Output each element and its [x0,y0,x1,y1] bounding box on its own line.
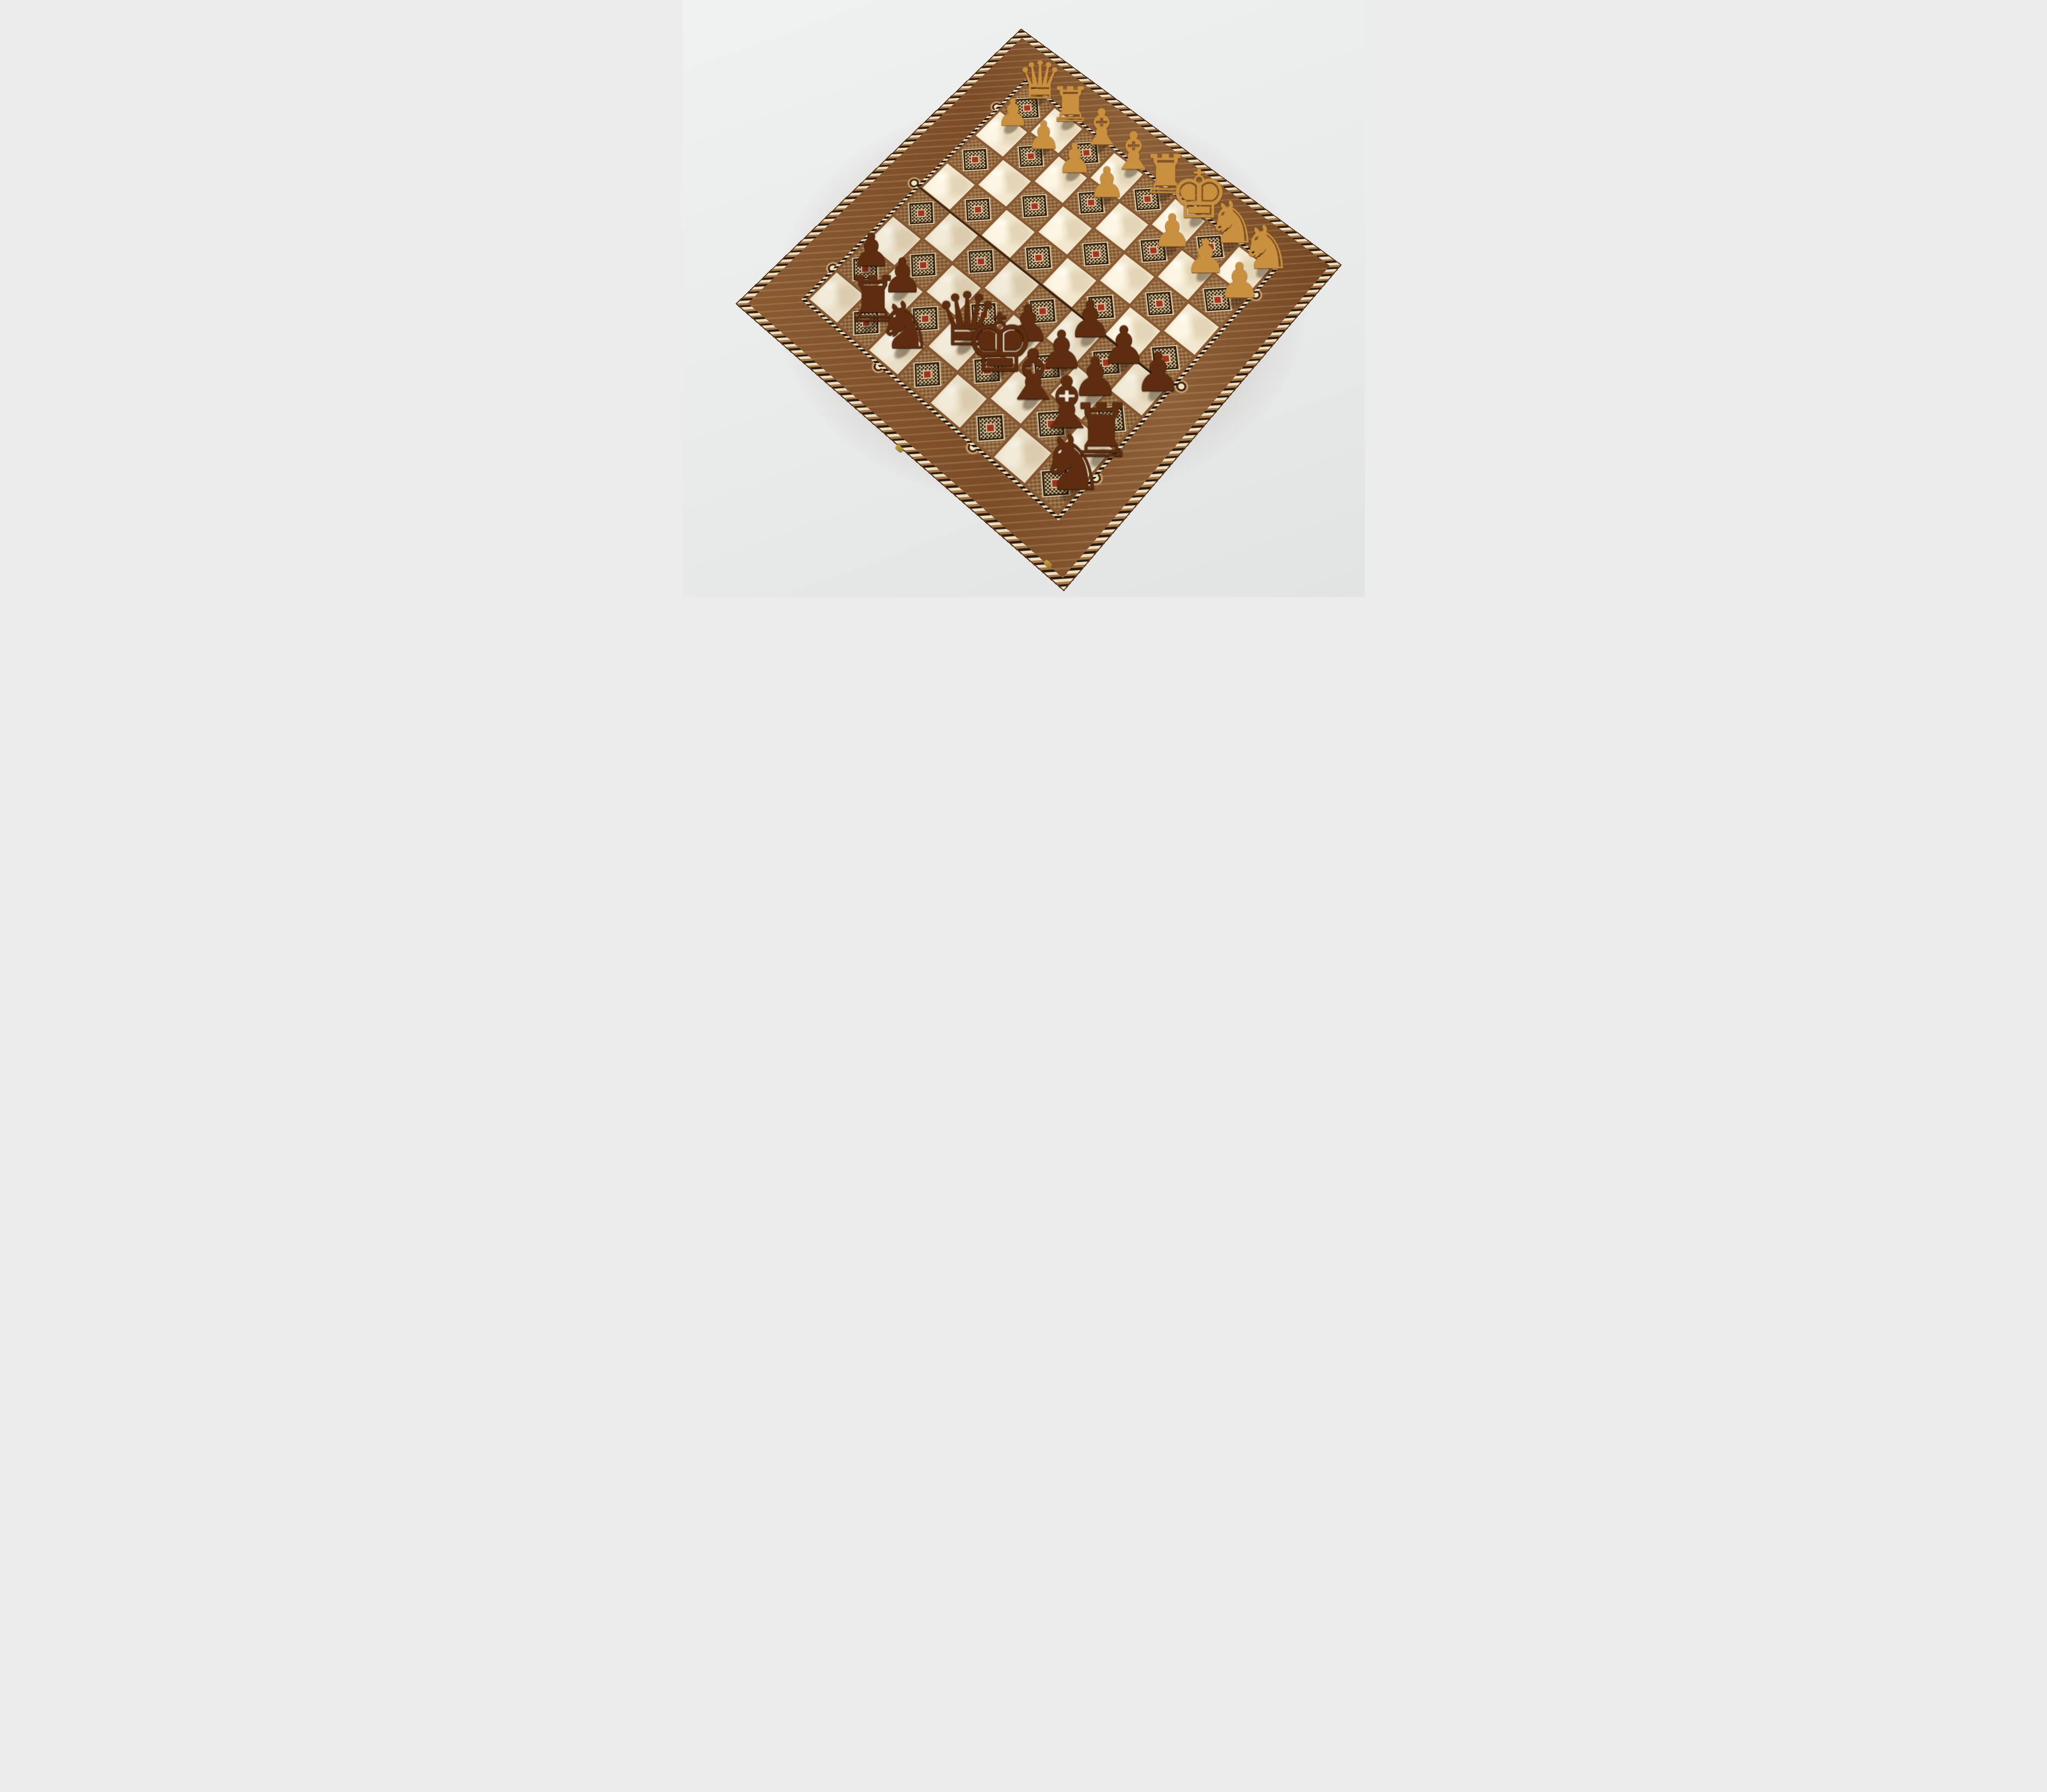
outer-stripe-band: ♛♜♝♝♜♚♞♞♟♟♟♟♟♟♟♟♟♛♚♝♝♜♜♞♞♟♟♟♟♟♟ [737,30,1340,590]
dark-piece-glyph: ♞ [875,295,933,357]
mosaic-border-frame: ♛♜♝♝♜♚♞♞♟♟♟♟♟♟♟♟♟♛♚♝♝♜♜♞♞♟♟♟♟♟♟ [748,38,1330,578]
photo-stage: Inlaid mosaic folding chess board with g… [683,0,1365,597]
light-piece-glyph: ♟ [1218,259,1261,305]
dark-piece-glyph: ♟ [1134,348,1182,398]
dark-knight-h8[interactable]: ♞ [1057,479,1083,506]
chess-box-board: ♛♜♝♝♜♚♞♞♟♟♟♟♟♟♟♟♟♛♚♝♝♜♜♞♞♟♟♟♟♟♟ [737,30,1340,590]
dark-piece-glyph: ♞ [1038,427,1106,500]
